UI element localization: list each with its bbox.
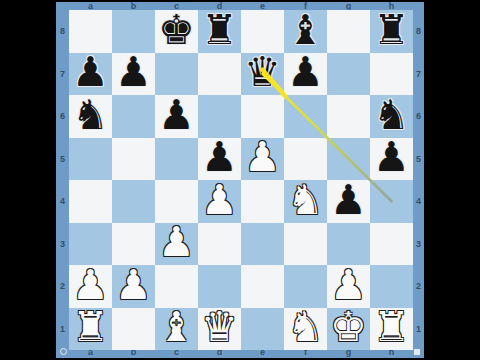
square-g5[interactable] (327, 138, 370, 181)
square-d3[interactable] (198, 223, 241, 266)
black-pawn-a7[interactable]: ♟ (72, 52, 109, 93)
black-bishop-f8[interactable]: ♝ (287, 10, 324, 51)
square-c2[interactable] (155, 265, 198, 308)
square-c8[interactable]: ♚ (155, 10, 198, 53)
square-f8[interactable]: ♝ (284, 10, 327, 53)
square-b2[interactable]: ♟ (112, 265, 155, 308)
square-b5[interactable] (112, 138, 155, 181)
rank-label-left-4: 4 (57, 180, 68, 223)
file-label-top-c: c (155, 1, 198, 10)
square-g3[interactable] (327, 223, 370, 266)
black-pawn-h5[interactable]: ♟ (373, 137, 410, 178)
black-pawn-f7[interactable]: ♟ (287, 52, 324, 93)
rank-label-right-2: 2 (413, 265, 424, 308)
square-f1[interactable]: ♞ (284, 308, 327, 351)
square-d4[interactable]: ♟ (198, 180, 241, 223)
rank-label-left-3: 3 (57, 223, 68, 266)
square-e8[interactable] (241, 10, 284, 53)
square-b6[interactable] (112, 95, 155, 138)
black-pawn-b7[interactable]: ♟ (115, 52, 152, 93)
square-h6[interactable]: ♞ (370, 95, 413, 138)
black-pawn-c6[interactable]: ♟ (158, 95, 195, 136)
square-g8[interactable] (327, 10, 370, 53)
square-c3[interactable]: ♟ (155, 223, 198, 266)
square-f4[interactable]: ♞ (284, 180, 327, 223)
square-h3[interactable] (370, 223, 413, 266)
file-label-top-h: h (370, 1, 413, 10)
file-label-top-g: g (327, 1, 370, 10)
rank-label-left-6: 6 (57, 95, 68, 138)
white-pawn-e5[interactable]: ♟ (244, 137, 281, 178)
rank-label-right-6: 6 (413, 95, 424, 138)
square-f3[interactable] (284, 223, 327, 266)
square-a1[interactable]: ♜ (69, 308, 112, 351)
black-queen-e7[interactable]: ♛ (244, 52, 281, 93)
square-d8[interactable]: ♜ (198, 10, 241, 53)
white-pawn-c3[interactable]: ♟ (158, 222, 195, 263)
rank-label-right-4: 4 (413, 180, 424, 223)
white-rook-a1[interactable]: ♜ (72, 307, 109, 348)
file-label-top-d: d (198, 1, 241, 10)
rank-label-right-3: 3 (413, 223, 424, 266)
white-bishop-c1[interactable]: ♝ (158, 307, 195, 348)
square-h7[interactable] (370, 53, 413, 96)
file-label-top-b: b (112, 1, 155, 10)
square-h1[interactable]: ♜ (370, 308, 413, 351)
chess-board: aabbccddeeffgghh8877665544332211 ♚♜♝♜♟♟♛… (56, 2, 424, 358)
square-f7[interactable]: ♟ (284, 53, 327, 96)
square-d2[interactable] (198, 265, 241, 308)
square-e3[interactable] (241, 223, 284, 266)
square-a7[interactable]: ♟ (69, 53, 112, 96)
rank-label-left-2: 2 (57, 265, 68, 308)
black-pawn-g4[interactable]: ♟ (330, 180, 367, 221)
black-pawn-d5[interactable]: ♟ (201, 137, 238, 178)
square-h5[interactable]: ♟ (370, 138, 413, 181)
square-e6[interactable] (241, 95, 284, 138)
square-g1[interactable]: ♚ (327, 308, 370, 351)
file-label-top-e: e (241, 1, 284, 10)
square-a5[interactable] (69, 138, 112, 181)
black-knight-a6[interactable]: ♞ (72, 95, 109, 136)
rank-label-left-8: 8 (57, 10, 68, 53)
square-e2[interactable] (241, 265, 284, 308)
square-c6[interactable]: ♟ (155, 95, 198, 138)
white-king-g1[interactable]: ♚ (330, 307, 367, 348)
rank-label-left-1: 1 (57, 308, 68, 351)
square-e5[interactable]: ♟ (241, 138, 284, 181)
flip-board-icon[interactable] (60, 348, 67, 355)
white-knight-f4[interactable]: ♞ (287, 180, 324, 221)
square-b1[interactable] (112, 308, 155, 351)
square-d6[interactable] (198, 95, 241, 138)
white-queen-d1[interactable]: ♛ (201, 307, 238, 348)
square-d7[interactable] (198, 53, 241, 96)
file-label-top-f: f (284, 1, 327, 10)
square-b3[interactable] (112, 223, 155, 266)
square-marker-icon (414, 349, 420, 355)
rank-label-right-7: 7 (413, 53, 424, 96)
white-pawn-d4[interactable]: ♟ (201, 180, 238, 221)
square-a3[interactable] (69, 223, 112, 266)
square-f2[interactable] (284, 265, 327, 308)
square-f5[interactable] (284, 138, 327, 181)
white-rook-h1[interactable]: ♜ (373, 307, 410, 348)
black-knight-h6[interactable]: ♞ (373, 95, 410, 136)
rank-label-left-7: 7 (57, 53, 68, 96)
square-e1[interactable] (241, 308, 284, 351)
square-c7[interactable] (155, 53, 198, 96)
square-a4[interactable] (69, 180, 112, 223)
square-f6[interactable] (284, 95, 327, 138)
black-king-c8[interactable]: ♚ (158, 10, 195, 51)
square-b7[interactable]: ♟ (112, 53, 155, 96)
square-h8[interactable]: ♜ (370, 10, 413, 53)
square-h2[interactable] (370, 265, 413, 308)
square-g4[interactable]: ♟ (327, 180, 370, 223)
board-grid[interactable]: ♚♜♝♜♟♟♛♟♞♟♞♟♟♟♟♞♟♟♟♟♟♜♝♛♞♚♜ (69, 10, 413, 350)
black-rook-d8[interactable]: ♜ (201, 10, 238, 51)
square-c1[interactable]: ♝ (155, 308, 198, 351)
video-frame: aabbccddeeffgghh8877665544332211 ♚♜♝♜♟♟♛… (0, 0, 480, 360)
rank-label-right-5: 5 (413, 138, 424, 181)
square-a8[interactable] (69, 10, 112, 53)
rank-label-right-1: 1 (413, 308, 424, 351)
square-b8[interactable] (112, 10, 155, 53)
square-d1[interactable]: ♛ (198, 308, 241, 351)
square-c4[interactable] (155, 180, 198, 223)
square-c5[interactable] (155, 138, 198, 181)
square-a2[interactable]: ♟ (69, 265, 112, 308)
white-pawn-g2[interactable]: ♟ (330, 265, 367, 306)
square-g2[interactable]: ♟ (327, 265, 370, 308)
square-g6[interactable] (327, 95, 370, 138)
white-pawn-b2[interactable]: ♟ (115, 265, 152, 306)
square-b4[interactable] (112, 180, 155, 223)
black-rook-h8[interactable]: ♜ (373, 10, 410, 51)
square-a6[interactable]: ♞ (69, 95, 112, 138)
square-e7[interactable]: ♛ (241, 53, 284, 96)
square-h4[interactable] (370, 180, 413, 223)
rank-label-right-8: 8 (413, 10, 424, 53)
file-label-top-a: a (69, 1, 112, 10)
square-e4[interactable] (241, 180, 284, 223)
rank-label-left-5: 5 (57, 138, 68, 181)
white-knight-f1[interactable]: ♞ (287, 307, 324, 348)
square-d5[interactable]: ♟ (198, 138, 241, 181)
square-g7[interactable] (327, 53, 370, 96)
white-pawn-a2[interactable]: ♟ (72, 265, 109, 306)
